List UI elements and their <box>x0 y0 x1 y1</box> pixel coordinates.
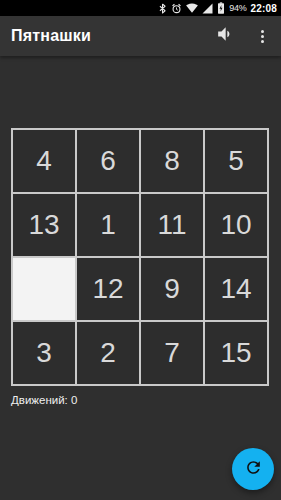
bluetooth-icon <box>158 3 167 14</box>
wifi-icon <box>186 3 198 13</box>
tile-14[interactable]: 14 <box>205 258 267 320</box>
volume-icon <box>214 24 234 48</box>
overflow-menu-icon <box>261 30 264 33</box>
app-bar-actions <box>212 24 281 48</box>
moves-counter: Движений: 0 <box>11 394 77 406</box>
tile-5[interactable]: 5 <box>205 130 267 192</box>
phone-screen: 94% 22:08 Пятнашки 468513111101291432715… <box>0 0 281 500</box>
tile-4[interactable]: 4 <box>13 130 75 192</box>
tile-2[interactable]: 2 <box>77 322 139 384</box>
tile-8[interactable]: 8 <box>141 130 203 192</box>
status-bar: 94% 22:08 <box>0 0 281 16</box>
battery-percent: 94% <box>229 3 246 13</box>
tile-12[interactable]: 12 <box>77 258 139 320</box>
alarm-icon <box>171 3 182 14</box>
puzzle-board: 468513111101291432715 <box>11 128 269 386</box>
volume-button[interactable] <box>212 24 236 48</box>
tile-6[interactable]: 6 <box>77 130 139 192</box>
refresh-icon <box>244 458 263 481</box>
tile-9[interactable]: 9 <box>141 258 203 320</box>
status-time: 22:08 <box>250 3 277 14</box>
empty-cell <box>13 258 75 320</box>
tile-1[interactable]: 1 <box>77 194 139 256</box>
tile-11[interactable]: 11 <box>141 194 203 256</box>
overflow-menu-button[interactable] <box>250 24 274 48</box>
app-bar: Пятнашки <box>0 16 281 56</box>
tile-3[interactable]: 3 <box>13 322 75 384</box>
tile-15[interactable]: 15 <box>205 322 267 384</box>
tile-10[interactable]: 10 <box>205 194 267 256</box>
battery-charging-icon <box>217 2 225 14</box>
restart-fab[interactable] <box>232 448 274 490</box>
tile-7[interactable]: 7 <box>141 322 203 384</box>
tile-13[interactable]: 13 <box>13 194 75 256</box>
app-title: Пятнашки <box>11 27 91 45</box>
cellular-signal-icon <box>202 3 213 14</box>
